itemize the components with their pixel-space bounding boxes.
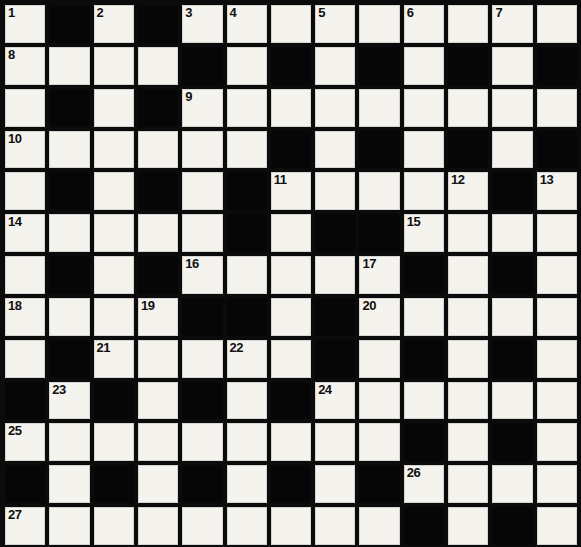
white-cell-r7c2[interactable] bbox=[94, 298, 134, 336]
white-cell-r6c8[interactable]: 17 bbox=[359, 256, 399, 294]
white-cell-r0c7[interactable]: 5 bbox=[315, 5, 355, 43]
white-cell-r9c5[interactable] bbox=[227, 382, 267, 420]
white-cell-r7c12[interactable] bbox=[537, 298, 577, 336]
white-cell-r0c6[interactable] bbox=[271, 5, 311, 43]
white-cell-r8c5[interactable]: 22 bbox=[227, 340, 267, 378]
white-cell-r7c11[interactable] bbox=[492, 298, 532, 336]
white-cell-r0c9[interactable]: 6 bbox=[404, 5, 444, 43]
black-cell-r1c12 bbox=[537, 47, 577, 85]
black-cell-r10c11 bbox=[492, 423, 532, 461]
white-cell-r2c10[interactable] bbox=[448, 89, 488, 127]
clue-number-1: 1 bbox=[8, 5, 15, 21]
white-cell-r10c0[interactable]: 25 bbox=[5, 423, 45, 461]
clue-number-8: 8 bbox=[8, 47, 15, 63]
white-cell-r1c11[interactable] bbox=[492, 47, 532, 85]
white-cell-r11c5[interactable] bbox=[227, 465, 267, 503]
black-cell-r3c8 bbox=[359, 131, 399, 169]
clue-number-16: 16 bbox=[185, 256, 198, 272]
black-cell-r4c11 bbox=[492, 172, 532, 210]
white-cell-r3c4[interactable] bbox=[182, 131, 222, 169]
clue-number-15: 15 bbox=[407, 214, 420, 230]
black-cell-r8c9 bbox=[404, 340, 444, 378]
white-cell-r12c0[interactable]: 27 bbox=[5, 507, 45, 545]
white-cell-r6c6[interactable] bbox=[271, 256, 311, 294]
black-cell-r8c11 bbox=[492, 340, 532, 378]
black-cell-r2c1 bbox=[49, 89, 89, 127]
clue-number-19: 19 bbox=[141, 298, 154, 314]
white-cell-r12c5[interactable] bbox=[227, 507, 267, 545]
white-cell-r4c10[interactable]: 12 bbox=[448, 172, 488, 210]
white-cell-r8c12[interactable] bbox=[537, 340, 577, 378]
white-cell-r3c1[interactable] bbox=[49, 131, 89, 169]
clue-number-3: 3 bbox=[185, 5, 192, 21]
white-cell-r2c5[interactable] bbox=[227, 89, 267, 127]
white-cell-r8c4[interactable] bbox=[182, 340, 222, 378]
white-cell-r10c4[interactable] bbox=[182, 423, 222, 461]
black-cell-r3c12 bbox=[537, 131, 577, 169]
black-cell-r11c4 bbox=[182, 465, 222, 503]
white-cell-r0c11[interactable]: 7 bbox=[492, 5, 532, 43]
black-cell-r3c6 bbox=[271, 131, 311, 169]
black-cell-r12c9 bbox=[404, 507, 444, 545]
black-cell-r9c0 bbox=[5, 382, 45, 420]
clue-number-12: 12 bbox=[451, 172, 464, 188]
white-cell-r4c7[interactable] bbox=[315, 172, 355, 210]
black-cell-r9c2 bbox=[94, 382, 134, 420]
black-cell-r7c5 bbox=[227, 298, 267, 336]
black-cell-r0c1 bbox=[49, 5, 89, 43]
white-cell-r7c1[interactable] bbox=[49, 298, 89, 336]
white-cell-r5c4[interactable] bbox=[182, 214, 222, 252]
white-cell-r0c2[interactable]: 2 bbox=[94, 5, 134, 43]
black-cell-r3c10 bbox=[448, 131, 488, 169]
white-cell-r10c5[interactable] bbox=[227, 423, 267, 461]
white-cell-r12c12[interactable] bbox=[537, 507, 577, 545]
white-cell-r9c7[interactable]: 24 bbox=[315, 382, 355, 420]
white-cell-r1c2[interactable] bbox=[94, 47, 134, 85]
black-cell-r7c7 bbox=[315, 298, 355, 336]
white-cell-r7c0[interactable]: 18 bbox=[5, 298, 45, 336]
white-cell-r1c5[interactable] bbox=[227, 47, 267, 85]
black-cell-r11c2 bbox=[94, 465, 134, 503]
white-cell-r11c12[interactable] bbox=[537, 465, 577, 503]
white-cell-r5c0[interactable]: 14 bbox=[5, 214, 45, 252]
white-cell-r0c4[interactable]: 3 bbox=[182, 5, 222, 43]
clue-number-27: 27 bbox=[8, 507, 21, 523]
white-cell-r3c2[interactable] bbox=[94, 131, 134, 169]
crossword-puzzle: 1234567891011121314151617181920212223242… bbox=[0, 0, 581, 547]
white-cell-r10c1[interactable] bbox=[49, 423, 89, 461]
clue-number-17: 17 bbox=[362, 256, 375, 272]
white-cell-r12c4[interactable] bbox=[182, 507, 222, 545]
black-cell-r7c4 bbox=[182, 298, 222, 336]
white-cell-r4c0[interactable] bbox=[5, 172, 45, 210]
white-cell-r2c7[interactable] bbox=[315, 89, 355, 127]
white-cell-r3c7[interactable] bbox=[315, 131, 355, 169]
white-cell-r11c3[interactable] bbox=[138, 465, 178, 503]
clue-number-18: 18 bbox=[8, 298, 21, 314]
black-cell-r1c4 bbox=[182, 47, 222, 85]
black-cell-r6c9 bbox=[404, 256, 444, 294]
white-cell-r2c2[interactable] bbox=[94, 89, 134, 127]
black-cell-r12c11 bbox=[492, 507, 532, 545]
white-cell-r7c10[interactable] bbox=[448, 298, 488, 336]
black-cell-r1c6 bbox=[271, 47, 311, 85]
clue-number-6: 6 bbox=[407, 5, 414, 21]
white-cell-r0c5[interactable]: 4 bbox=[227, 5, 267, 43]
clue-number-11: 11 bbox=[274, 172, 287, 188]
white-cell-r0c0[interactable]: 1 bbox=[5, 5, 45, 43]
white-cell-r10c2[interactable] bbox=[94, 423, 134, 461]
white-cell-r6c0[interactable] bbox=[5, 256, 45, 294]
white-cell-r3c5[interactable] bbox=[227, 131, 267, 169]
white-cell-r12c3[interactable] bbox=[138, 507, 178, 545]
white-cell-r8c3[interactable] bbox=[138, 340, 178, 378]
white-cell-r5c3[interactable] bbox=[138, 214, 178, 252]
white-cell-r1c3[interactable] bbox=[138, 47, 178, 85]
white-cell-r10c10[interactable] bbox=[448, 423, 488, 461]
black-cell-r5c8 bbox=[359, 214, 399, 252]
white-cell-r11c11[interactable] bbox=[492, 465, 532, 503]
white-cell-r2c8[interactable] bbox=[359, 89, 399, 127]
white-cell-r7c3[interactable]: 19 bbox=[138, 298, 178, 336]
white-cell-r12c1[interactable] bbox=[49, 507, 89, 545]
white-cell-r3c9[interactable] bbox=[404, 131, 444, 169]
white-cell-r2c11[interactable] bbox=[492, 89, 532, 127]
clue-number-7: 7 bbox=[495, 5, 502, 21]
clue-number-10: 10 bbox=[8, 131, 21, 147]
black-cell-r11c8 bbox=[359, 465, 399, 503]
white-cell-r2c12[interactable] bbox=[537, 89, 577, 127]
white-cell-r8c8[interactable] bbox=[359, 340, 399, 378]
white-cell-r4c6[interactable]: 11 bbox=[271, 172, 311, 210]
white-cell-r2c0[interactable] bbox=[5, 89, 45, 127]
white-cell-r8c0[interactable] bbox=[5, 340, 45, 378]
white-cell-r9c3[interactable] bbox=[138, 382, 178, 420]
white-cell-r11c9[interactable]: 26 bbox=[404, 465, 444, 503]
white-cell-r12c7[interactable] bbox=[315, 507, 355, 545]
black-cell-r0c3 bbox=[138, 5, 178, 43]
white-cell-r11c7[interactable] bbox=[315, 465, 355, 503]
white-cell-r6c12[interactable] bbox=[537, 256, 577, 294]
black-cell-r4c5 bbox=[227, 172, 267, 210]
white-cell-r6c10[interactable] bbox=[448, 256, 488, 294]
clue-number-2: 2 bbox=[97, 5, 104, 21]
white-cell-r8c6[interactable] bbox=[271, 340, 311, 378]
white-cell-r5c12[interactable] bbox=[537, 214, 577, 252]
white-cell-r7c9[interactable] bbox=[404, 298, 444, 336]
clue-number-9: 9 bbox=[185, 89, 192, 105]
clue-number-5: 5 bbox=[318, 5, 325, 21]
white-cell-r9c8[interactable] bbox=[359, 382, 399, 420]
black-cell-r8c7 bbox=[315, 340, 355, 378]
black-cell-r2c3 bbox=[138, 89, 178, 127]
white-cell-r6c5[interactable] bbox=[227, 256, 267, 294]
white-cell-r1c0[interactable]: 8 bbox=[5, 47, 45, 85]
black-cell-r4c3 bbox=[138, 172, 178, 210]
white-cell-r5c9[interactable]: 15 bbox=[404, 214, 444, 252]
white-cell-r10c7[interactable] bbox=[315, 423, 355, 461]
crossword-grid: 1234567891011121314151617181920212223242… bbox=[0, 0, 581, 547]
white-cell-r4c2[interactable] bbox=[94, 172, 134, 210]
white-cell-r11c10[interactable] bbox=[448, 465, 488, 503]
white-cell-r8c2[interactable]: 21 bbox=[94, 340, 134, 378]
black-cell-r5c5 bbox=[227, 214, 267, 252]
white-cell-r4c8[interactable] bbox=[359, 172, 399, 210]
white-cell-r1c7[interactable] bbox=[315, 47, 355, 85]
white-cell-r5c10[interactable] bbox=[448, 214, 488, 252]
white-cell-r10c6[interactable] bbox=[271, 423, 311, 461]
white-cell-r8c10[interactable] bbox=[448, 340, 488, 378]
black-cell-r11c0 bbox=[5, 465, 45, 503]
clue-number-24: 24 bbox=[318, 382, 331, 398]
white-cell-r2c6[interactable] bbox=[271, 89, 311, 127]
white-cell-r3c0[interactable]: 10 bbox=[5, 131, 45, 169]
white-cell-r4c4[interactable] bbox=[182, 172, 222, 210]
white-cell-r2c4[interactable]: 9 bbox=[182, 89, 222, 127]
black-cell-r8c1 bbox=[49, 340, 89, 378]
clue-number-23: 23 bbox=[52, 382, 65, 398]
clue-number-25: 25 bbox=[8, 423, 21, 439]
clue-number-4: 4 bbox=[230, 5, 237, 21]
white-cell-r9c10[interactable] bbox=[448, 382, 488, 420]
white-cell-r0c10[interactable] bbox=[448, 5, 488, 43]
clue-number-22: 22 bbox=[230, 340, 243, 356]
white-cell-r10c3[interactable] bbox=[138, 423, 178, 461]
white-cell-r9c11[interactable] bbox=[492, 382, 532, 420]
black-cell-r6c11 bbox=[492, 256, 532, 294]
white-cell-r12c2[interactable] bbox=[94, 507, 134, 545]
white-cell-r9c9[interactable] bbox=[404, 382, 444, 420]
clue-number-26: 26 bbox=[407, 465, 420, 481]
white-cell-r5c6[interactable] bbox=[271, 214, 311, 252]
white-cell-r12c10[interactable] bbox=[448, 507, 488, 545]
white-cell-r4c12[interactable]: 13 bbox=[537, 172, 577, 210]
white-cell-r7c8[interactable]: 20 bbox=[359, 298, 399, 336]
white-cell-r10c12[interactable] bbox=[537, 423, 577, 461]
white-cell-r1c9[interactable] bbox=[404, 47, 444, 85]
white-cell-r12c6[interactable] bbox=[271, 507, 311, 545]
white-cell-r4c9[interactable] bbox=[404, 172, 444, 210]
black-cell-r6c1 bbox=[49, 256, 89, 294]
white-cell-r10c8[interactable] bbox=[359, 423, 399, 461]
white-cell-r5c11[interactable] bbox=[492, 214, 532, 252]
white-cell-r1c1[interactable] bbox=[49, 47, 89, 85]
white-cell-r2c9[interactable] bbox=[404, 89, 444, 127]
white-cell-r3c11[interactable] bbox=[492, 131, 532, 169]
black-cell-r11c6 bbox=[271, 465, 311, 503]
black-cell-r5c7 bbox=[315, 214, 355, 252]
black-cell-r1c8 bbox=[359, 47, 399, 85]
white-cell-r9c12[interactable] bbox=[537, 382, 577, 420]
white-cell-r6c4[interactable]: 16 bbox=[182, 256, 222, 294]
white-cell-r0c12[interactable] bbox=[537, 5, 577, 43]
black-cell-r1c10 bbox=[448, 47, 488, 85]
white-cell-r3c3[interactable] bbox=[138, 131, 178, 169]
clue-number-20: 20 bbox=[362, 298, 375, 314]
black-cell-r4c1 bbox=[49, 172, 89, 210]
white-cell-r7c6[interactable] bbox=[271, 298, 311, 336]
white-cell-r6c2[interactable] bbox=[94, 256, 134, 294]
clue-number-21: 21 bbox=[97, 340, 110, 356]
black-cell-r10c9 bbox=[404, 423, 444, 461]
white-cell-r11c1[interactable] bbox=[49, 465, 89, 503]
black-cell-r6c3 bbox=[138, 256, 178, 294]
white-cell-r0c8[interactable] bbox=[359, 5, 399, 43]
white-cell-r5c2[interactable] bbox=[94, 214, 134, 252]
clue-number-13: 13 bbox=[540, 172, 553, 188]
black-cell-r9c4 bbox=[182, 382, 222, 420]
black-cell-r9c6 bbox=[271, 382, 311, 420]
clue-number-14: 14 bbox=[8, 214, 21, 230]
white-cell-r6c7[interactable] bbox=[315, 256, 355, 294]
white-cell-r5c1[interactable] bbox=[49, 214, 89, 252]
white-cell-r9c1[interactable]: 23 bbox=[49, 382, 89, 420]
white-cell-r12c8[interactable] bbox=[359, 507, 399, 545]
